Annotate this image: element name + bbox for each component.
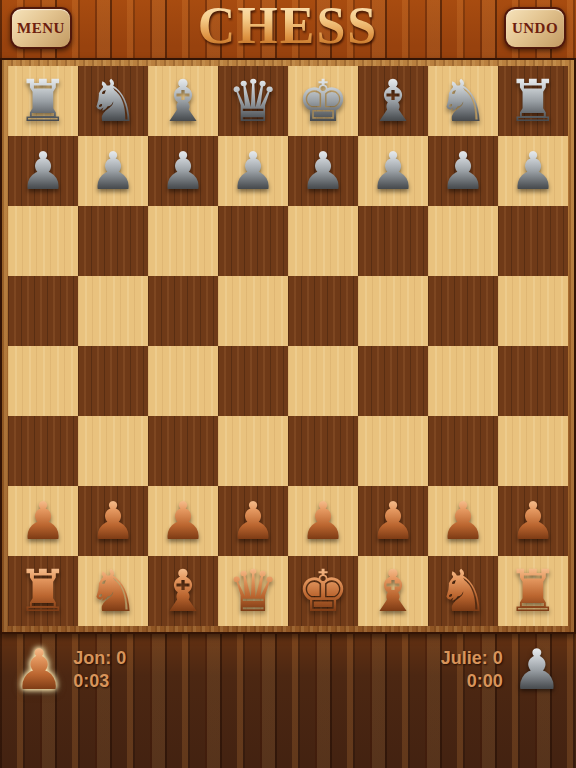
square-g5[interactable] [428,276,498,346]
square-d2[interactable]: ♟ [218,486,288,556]
square-c5[interactable] [148,276,218,346]
piece-black-bishop[interactable]: ♝ [157,72,209,130]
status-bar: ♟ Jon: 0 0:03 Julie: 0 0:00 ♟ [0,634,576,768]
square-e1[interactable]: ♚ [288,556,358,626]
piece-white-knight[interactable]: ♞ [87,562,139,620]
piece-black-pawn[interactable]: ♟ [230,145,277,197]
square-f7[interactable]: ♟ [358,136,428,206]
square-f1[interactable]: ♝ [358,556,428,626]
piece-white-rook[interactable]: ♜ [17,562,69,620]
square-e5[interactable] [288,276,358,346]
piece-black-pawn[interactable]: ♟ [300,145,347,197]
app-title: CHESS [0,0,576,55]
piece-white-pawn[interactable]: ♟ [20,495,67,547]
square-d1[interactable]: ♛ [218,556,288,626]
square-f2[interactable]: ♟ [358,486,428,556]
square-g1[interactable]: ♞ [428,556,498,626]
square-a5[interactable] [8,276,78,346]
square-b2[interactable]: ♟ [78,486,148,556]
square-a8[interactable]: ♜ [8,66,78,136]
white-player-panel: ♟ Jon: 0 0:03 [14,642,135,698]
square-d8[interactable]: ♛ [218,66,288,136]
black-player-clock: 0:00 [441,670,503,693]
piece-black-pawn[interactable]: ♟ [90,145,137,197]
board-frame: ♜♞♝♛♚♝♞♜♟♟♟♟♟♟♟♟♟♟♟♟♟♟♟♟♜♞♝♛♚♝♞♜ [0,58,576,634]
square-e8[interactable]: ♚ [288,66,358,136]
square-b5[interactable] [78,276,148,346]
piece-black-pawn[interactable]: ♟ [510,145,557,197]
square-e7[interactable]: ♟ [288,136,358,206]
square-g3[interactable] [428,416,498,486]
square-h3[interactable] [498,416,568,486]
black-player-panel: Julie: 0 0:00 ♟ [432,642,562,698]
square-c4[interactable] [148,346,218,416]
piece-white-pawn[interactable]: ♟ [160,495,207,547]
piece-white-pawn[interactable]: ♟ [300,495,347,547]
piece-black-knight[interactable]: ♞ [87,72,139,130]
square-c3[interactable] [148,416,218,486]
piece-black-queen[interactable]: ♛ [227,72,279,130]
square-h1[interactable]: ♜ [498,556,568,626]
square-f5[interactable] [358,276,428,346]
square-g4[interactable] [428,346,498,416]
square-h8[interactable]: ♜ [498,66,568,136]
square-b6[interactable] [78,206,148,276]
square-h6[interactable] [498,206,568,276]
square-e6[interactable] [288,206,358,276]
square-a1[interactable]: ♜ [8,556,78,626]
square-c8[interactable]: ♝ [148,66,218,136]
piece-black-knight[interactable]: ♞ [437,72,489,130]
header: CHESS MENU UNDO [0,0,576,58]
square-b3[interactable] [78,416,148,486]
square-d7[interactable]: ♟ [218,136,288,206]
square-f3[interactable] [358,416,428,486]
piece-white-queen[interactable]: ♛ [227,562,279,620]
piece-white-knight[interactable]: ♞ [437,562,489,620]
square-d5[interactable] [218,276,288,346]
square-f8[interactable]: ♝ [358,66,428,136]
square-a6[interactable] [8,206,78,276]
piece-white-pawn[interactable]: ♟ [370,495,417,547]
square-d6[interactable] [218,206,288,276]
square-b8[interactable]: ♞ [78,66,148,136]
piece-black-pawn[interactable]: ♟ [160,145,207,197]
square-b7[interactable]: ♟ [78,136,148,206]
square-g8[interactable]: ♞ [428,66,498,136]
square-d4[interactable] [218,346,288,416]
piece-white-pawn[interactable]: ♟ [510,495,557,547]
piece-white-bishop[interactable]: ♝ [367,562,419,620]
menu-button[interactable]: MENU [10,7,72,49]
square-h2[interactable]: ♟ [498,486,568,556]
piece-black-pawn[interactable]: ♟ [440,145,487,197]
piece-black-pawn[interactable]: ♟ [20,145,67,197]
square-b1[interactable]: ♞ [78,556,148,626]
piece-white-rook[interactable]: ♜ [507,562,559,620]
square-h7[interactable]: ♟ [498,136,568,206]
square-g6[interactable] [428,206,498,276]
white-player-clock: 0:03 [73,670,126,693]
piece-white-pawn[interactable]: ♟ [230,495,277,547]
square-a4[interactable] [8,346,78,416]
white-pawn-turn-indicator-icon: ♟ [14,642,64,698]
chess-app: CHESS MENU UNDO ♜♞♝♛♚♝♞♜♟♟♟♟♟♟♟♟♟♟♟♟♟♟♟♟… [0,0,576,768]
black-pawn-icon: ♟ [512,642,562,698]
square-a2[interactable]: ♟ [8,486,78,556]
piece-black-king[interactable]: ♚ [297,72,349,130]
piece-black-rook[interactable]: ♜ [17,72,69,130]
square-g2[interactable]: ♟ [428,486,498,556]
piece-white-pawn[interactable]: ♟ [90,495,137,547]
piece-black-pawn[interactable]: ♟ [370,145,417,197]
square-f4[interactable] [358,346,428,416]
square-e3[interactable] [288,416,358,486]
square-h5[interactable] [498,276,568,346]
square-e2[interactable]: ♟ [288,486,358,556]
square-c7[interactable]: ♟ [148,136,218,206]
square-c6[interactable] [148,206,218,276]
piece-black-rook[interactable]: ♜ [507,72,559,130]
piece-black-bishop[interactable]: ♝ [367,72,419,130]
white-player-name-score: Jon: 0 [73,647,126,670]
piece-white-pawn[interactable]: ♟ [440,495,487,547]
square-b4[interactable] [78,346,148,416]
square-f6[interactable] [358,206,428,276]
undo-button[interactable]: UNDO [504,7,566,49]
square-a3[interactable] [8,416,78,486]
square-c2[interactable]: ♟ [148,486,218,556]
piece-white-bishop[interactable]: ♝ [157,562,209,620]
chess-board: ♜♞♝♛♚♝♞♜♟♟♟♟♟♟♟♟♟♟♟♟♟♟♟♟♜♞♝♛♚♝♞♜ [8,66,568,626]
piece-white-king[interactable]: ♚ [297,562,349,620]
square-g7[interactable]: ♟ [428,136,498,206]
square-c1[interactable]: ♝ [148,556,218,626]
square-d3[interactable] [218,416,288,486]
square-e4[interactable] [288,346,358,416]
black-player-name-score: Julie: 0 [441,647,503,670]
square-a7[interactable]: ♟ [8,136,78,206]
square-h4[interactable] [498,346,568,416]
